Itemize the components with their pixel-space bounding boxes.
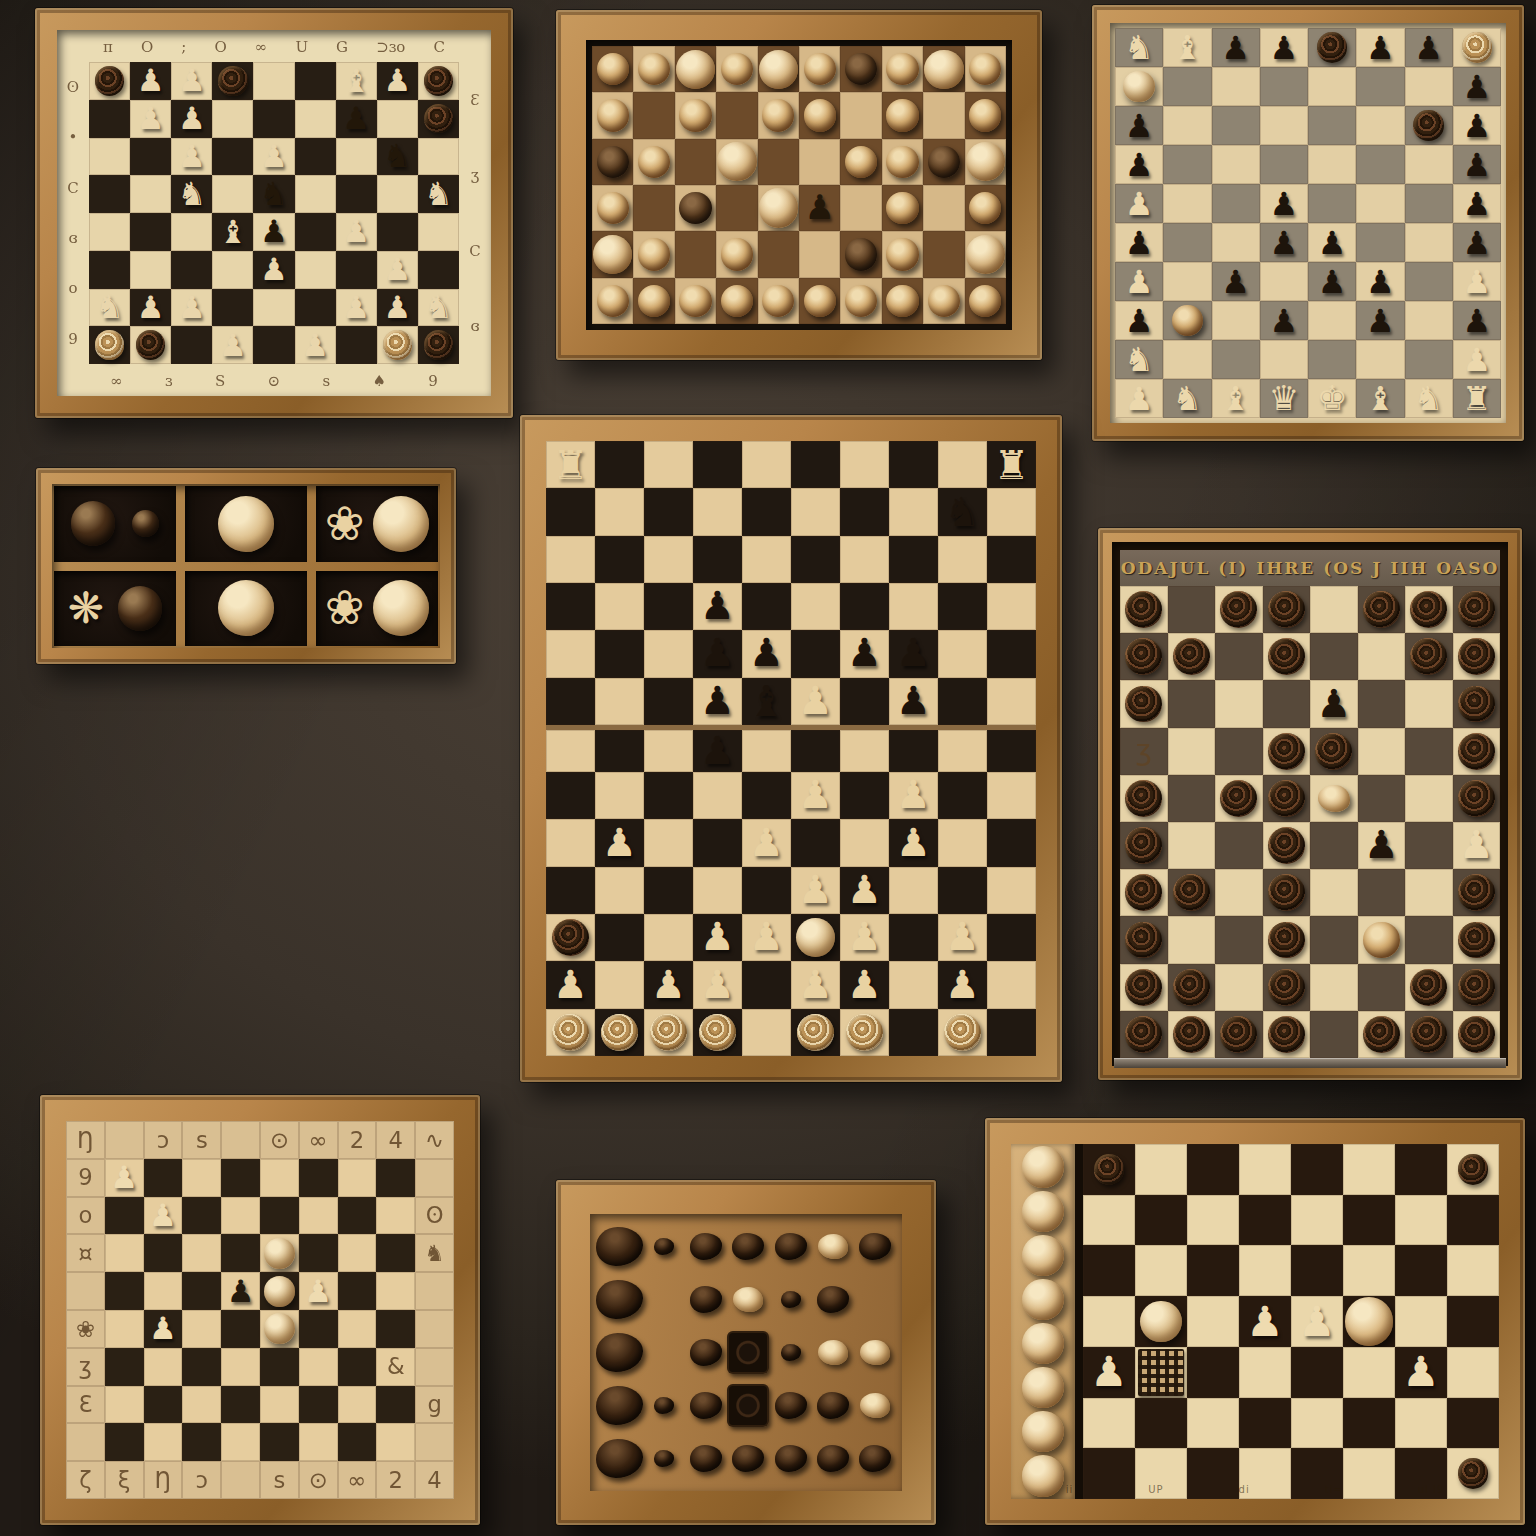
- bottom-right-chess-cell[interactable]: [1447, 1144, 1499, 1195]
- top-middle-knob-board-cell[interactable]: [716, 46, 757, 92]
- dark-engraved-disc[interactable]: [1410, 591, 1447, 628]
- dark-engraved-disc[interactable]: [1094, 1154, 1124, 1184]
- top-left-chess-cell[interactable]: [377, 175, 418, 213]
- top-left-chess-cell[interactable]: [418, 62, 459, 100]
- dark-engraved-disc[interactable]: [552, 919, 589, 956]
- white-pawn[interactable]: ♟: [149, 1313, 177, 1344]
- bottom-middle-tray-cell[interactable]: [769, 1220, 811, 1273]
- large-cream-piece[interactable]: [759, 50, 798, 89]
- top-left-chess-cell[interactable]: ♟: [336, 100, 377, 138]
- bottom-left-chess-cell[interactable]: [299, 1197, 338, 1235]
- top-middle-knob-board-cell[interactable]: [633, 46, 674, 92]
- light-wood-ball[interactable]: [264, 1276, 295, 1307]
- mid-right-draughts-cell[interactable]: [1453, 586, 1501, 633]
- black-pawn[interactable]: ♟: [1125, 110, 1154, 142]
- bottom-left-chess-cell[interactable]: ♟: [221, 1272, 260, 1310]
- bottom-left-chess-cell[interactable]: [105, 1310, 144, 1348]
- bottom-left-chess-cell[interactable]: ⊙: [299, 1461, 338, 1499]
- mid-right-draughts-cell[interactable]: [1310, 1011, 1358, 1058]
- top-middle-knob-board-cell[interactable]: [633, 92, 674, 138]
- center-folding-chess-cell[interactable]: [791, 1009, 840, 1056]
- center-folding-chess-cell[interactable]: ♟: [791, 772, 840, 819]
- black-pawn[interactable]: ♟: [1270, 227, 1299, 259]
- mid-right-draughts-cell[interactable]: [1215, 680, 1263, 727]
- top-right-chess-cell[interactable]: ♟: [1115, 262, 1163, 301]
- bottom-right-chess-cell[interactable]: [1135, 1245, 1187, 1296]
- top-right-chess-cell[interactable]: [1308, 145, 1356, 184]
- center-folding-chess-cell[interactable]: [987, 536, 1036, 583]
- top-left-chess-cell[interactable]: [295, 251, 336, 289]
- top-right-chess-cell[interactable]: [1308, 184, 1356, 223]
- mid-right-draughts-cell[interactable]: [1358, 633, 1406, 680]
- center-folding-chess-cell[interactable]: [595, 1009, 644, 1056]
- dark-engraved-disc[interactable]: [1458, 1458, 1488, 1488]
- wood-knob-piece[interactable]: [762, 285, 794, 317]
- top-right-chess-cell[interactable]: [1405, 301, 1453, 340]
- center-folding-chess-cell[interactable]: [938, 867, 987, 914]
- bottom-left-chess-cell[interactable]: ♟: [144, 1197, 183, 1235]
- bottom-left-chess-cell[interactable]: [144, 1348, 183, 1386]
- center-folding-chess-cell[interactable]: [595, 441, 644, 488]
- dark-knob-piece[interactable]: [928, 146, 960, 178]
- mid-right-draughts-cell[interactable]: [1310, 822, 1358, 869]
- top-middle-knob-board-cell[interactable]: [882, 278, 923, 324]
- bottom-left-chess-cell[interactable]: [415, 1310, 454, 1348]
- dark-knob-piece[interactable]: [597, 146, 629, 178]
- dark-carved-piece[interactable]: [690, 1392, 722, 1418]
- top-right-chess-cell[interactable]: ♟: [1212, 28, 1260, 67]
- top-middle-knob-board-cell[interactable]: [592, 92, 633, 138]
- center-folding-chess-cell[interactable]: [987, 772, 1036, 819]
- top-left-chess-cell[interactable]: ♟: [253, 138, 294, 176]
- white-king[interactable]: ♚: [1317, 381, 1348, 415]
- mid-right-draughts-cell[interactable]: [1405, 1011, 1453, 1058]
- top-left-chess-cell[interactable]: [130, 251, 171, 289]
- bottom-right-chess-cell[interactable]: [1343, 1448, 1395, 1499]
- wood-knob-piece[interactable]: [721, 53, 753, 85]
- center-folding-chess-cell[interactable]: [840, 583, 889, 630]
- bottom-right-chess-cell[interactable]: [1395, 1398, 1447, 1449]
- bottom-middle-tray-cell[interactable]: [769, 1379, 811, 1432]
- bottom-right-chess-cell[interactable]: [1291, 1398, 1343, 1449]
- bottom-right-chess-cell[interactable]: [1239, 1144, 1291, 1195]
- center-folding-chess-cell[interactable]: [644, 678, 693, 725]
- bottom-left-chess-cell[interactable]: [338, 1310, 377, 1348]
- tray-compartment[interactable]: [185, 486, 307, 562]
- center-folding-chess-cell[interactable]: [840, 819, 889, 866]
- bottom-left-chess-cell[interactable]: [338, 1423, 377, 1461]
- bottom-right-chess-cell[interactable]: [1135, 1144, 1187, 1195]
- top-right-chess-cell[interactable]: ♟: [1453, 340, 1501, 379]
- wood-knob-piece[interactable]: [804, 99, 836, 131]
- top-right-chess-cell[interactable]: ♟: [1308, 262, 1356, 301]
- top-middle-knob-board-cell[interactable]: [758, 46, 799, 92]
- bottom-left-chess-cell[interactable]: ♟: [144, 1310, 183, 1348]
- wood-knob-piece[interactable]: [969, 99, 1001, 131]
- top-right-chess-cell[interactable]: [1405, 67, 1453, 106]
- dark-engraved-disc[interactable]: [1173, 969, 1210, 1006]
- center-folding-chess-cell[interactable]: [742, 488, 791, 535]
- tray-compartment[interactable]: ❋: [54, 571, 176, 647]
- center-folding-chess-cell[interactable]: [644, 583, 693, 630]
- center-folding-chess-cell[interactable]: [938, 630, 987, 677]
- center-folding-chess-cell[interactable]: [742, 961, 791, 1008]
- white-pawn[interactable]: ♟: [301, 330, 329, 361]
- top-right-chess-cell[interactable]: ♛: [1260, 379, 1308, 418]
- bottom-right-chess-cell[interactable]: [1187, 1195, 1239, 1246]
- bottom-middle-tray-cell[interactable]: [812, 1273, 854, 1326]
- bottom-middle-tray-cell[interactable]: [727, 1432, 769, 1485]
- bottom-left-chess-cell[interactable]: [376, 1234, 415, 1272]
- white-pawn[interactable]: ♟: [178, 292, 206, 323]
- bottom-right-chess-cell[interactable]: [1083, 1448, 1135, 1499]
- mid-right-draughts-cell[interactable]: [1263, 586, 1311, 633]
- bottom-left-chess-cell[interactable]: [144, 1423, 183, 1461]
- dark-engraved-disc[interactable]: [95, 66, 124, 95]
- mid-right-draughts-cell[interactable]: [1215, 822, 1263, 869]
- dark-engraved-disc[interactable]: [1458, 922, 1495, 959]
- center-folding-chess-cell[interactable]: [595, 536, 644, 583]
- center-folding-chess-cell[interactable]: [546, 583, 595, 630]
- bottom-left-chess-cell[interactable]: [415, 1272, 454, 1310]
- center-folding-chess-cell[interactable]: [546, 630, 595, 677]
- top-right-chess-cell[interactable]: ♝: [1356, 379, 1404, 418]
- black-pawn[interactable]: ♟: [1463, 227, 1492, 259]
- white-pawn[interactable]: ♟: [749, 824, 784, 863]
- top-right-chess-cell[interactable]: ♟: [1356, 28, 1404, 67]
- large-cream-piece[interactable]: [924, 50, 963, 89]
- black-knight[interactable]: ♞: [944, 492, 980, 532]
- top-middle-knob-board-cell[interactable]: [758, 92, 799, 138]
- mid-right-draughts-cell[interactable]: [1168, 916, 1216, 963]
- top-left-chess-cell[interactable]: [212, 62, 253, 100]
- dark-carved-piece[interactable]: [690, 1445, 722, 1471]
- white-pawn[interactable]: ♟: [945, 918, 980, 957]
- top-left-chess-cell[interactable]: ♞: [418, 289, 459, 327]
- cream-knob-piece[interactable]: [1022, 1411, 1064, 1453]
- dark-engraved-disc[interactable]: [1458, 591, 1495, 628]
- mid-right-draughts-cell[interactable]: [1215, 775, 1263, 822]
- white-pawn[interactable]: ♟: [1463, 344, 1492, 376]
- white-pawn[interactable]: ♟: [383, 292, 411, 323]
- white-pawn[interactable]: ♟: [219, 330, 247, 361]
- top-right-chess-cell[interactable]: ♟: [1356, 301, 1404, 340]
- cream-knob-piece[interactable]: [1022, 1455, 1064, 1497]
- top-right-chess-cell[interactable]: [1163, 106, 1211, 145]
- wood-knob-piece[interactable]: [721, 285, 753, 317]
- center-folding-chess-cell[interactable]: ♟: [889, 630, 938, 677]
- center-folding-chess-cell[interactable]: [889, 488, 938, 535]
- white-pawn[interactable]: ♟: [1402, 1351, 1439, 1393]
- mid-right-draughts-cell[interactable]: [1405, 586, 1453, 633]
- bottom-left-chess-cell[interactable]: [182, 1234, 221, 1272]
- center-folding-chess-cell[interactable]: [840, 1009, 889, 1056]
- bottom-right-chess-cell[interactable]: [1187, 1245, 1239, 1296]
- large-cream-piece[interactable]: [966, 235, 1005, 274]
- top-right-chess-cell[interactable]: ♞: [1405, 379, 1453, 418]
- top-middle-knob-board-cell[interactable]: [840, 231, 881, 277]
- center-folding-chess-cell[interactable]: [693, 1009, 742, 1056]
- bottom-left-chess-cell[interactable]: g: [415, 1386, 454, 1424]
- dark-wood-ball[interactable]: [118, 586, 163, 631]
- bottom-right-chess-cell[interactable]: [1083, 1296, 1135, 1347]
- bottom-right-chess-cell[interactable]: [1291, 1245, 1343, 1296]
- center-folding-chess-cell[interactable]: [693, 441, 742, 488]
- center-folding-chess-cell[interactable]: [546, 488, 595, 535]
- dark-engraved-disc[interactable]: [1125, 969, 1162, 1006]
- center-folding-chess-cell[interactable]: [840, 488, 889, 535]
- bottom-left-chess-cell[interactable]: ζ: [66, 1461, 105, 1499]
- white-pawn[interactable]: ♟: [847, 871, 882, 910]
- center-folding-chess-cell[interactable]: [644, 819, 693, 866]
- center-folding-chess-cell[interactable]: [889, 536, 938, 583]
- wood-knob-piece[interactable]: [1363, 922, 1400, 959]
- white-pawn[interactable]: ♟: [1125, 266, 1154, 298]
- top-right-chess-cell[interactable]: [1356, 340, 1404, 379]
- white-bishop[interactable]: ♝: [219, 216, 248, 248]
- bottom-left-chess-cell[interactable]: ♟: [299, 1272, 338, 1310]
- dark-engraved-disc[interactable]: [1458, 969, 1495, 1006]
- wood-knob-piece[interactable]: [597, 285, 629, 317]
- top-middle-knob-board-cell[interactable]: [840, 92, 881, 138]
- top-left-chess-cell[interactable]: [418, 213, 459, 251]
- bottom-left-chess-cell[interactable]: [182, 1348, 221, 1386]
- center-folding-chess-cell[interactable]: ♟: [693, 725, 742, 772]
- center-folding-chess-cell[interactable]: [595, 914, 644, 961]
- bottom-left-chess-cell[interactable]: [66, 1423, 105, 1461]
- bottom-left-chess-cell[interactable]: Ŋ: [144, 1461, 183, 1499]
- dark-engraved-disc[interactable]: [424, 104, 453, 133]
- wood-knob-piece[interactable]: [886, 146, 918, 178]
- center-folding-chess-cell[interactable]: [742, 867, 791, 914]
- mid-right-draughts-cell[interactable]: [1120, 869, 1168, 916]
- center-folding-chess-cell[interactable]: [546, 678, 595, 725]
- dark-engraved-disc[interactable]: [1173, 1016, 1210, 1053]
- mid-right-draughts-cell[interactable]: [1263, 822, 1311, 869]
- dark-engraved-disc[interactable]: [1125, 1016, 1162, 1053]
- center-folding-chess-cell[interactable]: [595, 678, 644, 725]
- mid-right-draughts-cell[interactable]: [1215, 869, 1263, 916]
- top-left-chess-cell[interactable]: ♟: [171, 289, 212, 327]
- top-left-chess-cell[interactable]: [336, 251, 377, 289]
- center-folding-chess-cell[interactable]: [546, 536, 595, 583]
- center-folding-chess-cell[interactable]: [791, 725, 840, 772]
- center-folding-chess-cell[interactable]: ♟: [742, 630, 791, 677]
- top-middle-knob-board-cell[interactable]: [758, 185, 799, 231]
- mid-right-draughts-cell[interactable]: [1405, 916, 1453, 963]
- top-right-chess-cell[interactable]: ♚: [1308, 379, 1356, 418]
- mid-right-draughts-cell[interactable]: [1358, 1011, 1406, 1058]
- bottom-left-chess-cell[interactable]: 4: [376, 1121, 415, 1159]
- bottom-left-chess-cell[interactable]: [105, 1197, 144, 1235]
- center-folding-chess-cell[interactable]: [987, 488, 1036, 535]
- bottom-right-chess-cell[interactable]: [1135, 1347, 1187, 1398]
- center-folding-chess-cell[interactable]: ♟: [840, 961, 889, 1008]
- cream-knob-piece[interactable]: [1022, 1323, 1064, 1365]
- top-left-chess-cell[interactable]: ♟: [253, 213, 294, 251]
- dark-carved-piece[interactable]: [775, 1392, 807, 1418]
- mid-right-draughts-cell[interactable]: [1405, 964, 1453, 1011]
- top-middle-knob-board-cell[interactable]: [592, 278, 633, 324]
- bottom-right-chess-cell[interactable]: [1447, 1398, 1499, 1449]
- small-dark-carved-piece[interactable]: [654, 1397, 674, 1413]
- bottom-left-chess-cell[interactable]: [105, 1423, 144, 1461]
- dark-engraved-disc[interactable]: [1125, 638, 1162, 675]
- top-left-chess-cell[interactable]: ♞: [253, 175, 294, 213]
- center-folding-chess-cell[interactable]: ♟: [595, 819, 644, 866]
- black-pawn[interactable]: ♟: [749, 634, 784, 673]
- top-middle-knob-board-cell[interactable]: [592, 46, 633, 92]
- top-right-chess-cell[interactable]: ♟: [1260, 28, 1308, 67]
- center-folding-chess-cell[interactable]: [840, 678, 889, 725]
- white-pawn[interactable]: ♟: [700, 918, 735, 957]
- top-middle-knob-board-cell[interactable]: [592, 139, 633, 185]
- bottom-left-chess-cell[interactable]: [260, 1272, 299, 1310]
- top-left-chess-cell[interactable]: ♟: [253, 251, 294, 289]
- center-folding-chess-cell[interactable]: ♟: [546, 961, 595, 1008]
- light-engraved-disc[interactable]: [601, 1014, 638, 1051]
- wood-knob-piece[interactable]: [969, 53, 1001, 85]
- top-left-chess-cell[interactable]: [336, 175, 377, 213]
- bottom-right-chess-cell[interactable]: [1395, 1144, 1447, 1195]
- top-middle-knob-board-cell[interactable]: [716, 139, 757, 185]
- dark-engraved-disc[interactable]: [1317, 32, 1347, 62]
- white-pawn[interactable]: ♟: [260, 141, 288, 172]
- bottom-right-chess-cell[interactable]: [1395, 1245, 1447, 1296]
- center-folding-chess-cell[interactable]: [840, 441, 889, 488]
- bottom-middle-tray-cell[interactable]: [854, 1379, 896, 1432]
- bottom-left-chess-cell[interactable]: [376, 1386, 415, 1424]
- large-dark-carved-piece[interactable]: [596, 1333, 643, 1371]
- center-folding-chess-cell[interactable]: [987, 678, 1036, 725]
- wood-knob-piece[interactable]: [886, 238, 918, 270]
- top-middle-knob-board-cell[interactable]: [923, 46, 964, 92]
- wood-knob-piece[interactable]: [638, 53, 670, 85]
- carved-flower-ball[interactable]: ❀: [325, 500, 365, 548]
- center-folding-chess-cell[interactable]: [938, 819, 987, 866]
- bottom-left-chess-cell[interactable]: [415, 1159, 454, 1197]
- center-folding-chess-cell[interactable]: [644, 488, 693, 535]
- top-left-chess-cell[interactable]: [212, 100, 253, 138]
- top-right-chess-cell[interactable]: ♟: [1260, 301, 1308, 340]
- center-folding-chess-cell[interactable]: [889, 914, 938, 961]
- top-right-chess-cell[interactable]: [1163, 223, 1211, 262]
- bottom-right-chess-cell[interactable]: [1239, 1245, 1291, 1296]
- cream-knob-piece[interactable]: [1022, 1279, 1064, 1321]
- center-folding-chess-cell[interactable]: [644, 536, 693, 583]
- top-middle-knob-board-cell[interactable]: [882, 46, 923, 92]
- light-carved-piece[interactable]: [818, 1234, 848, 1259]
- center-folding-chess-cell[interactable]: [840, 772, 889, 819]
- dark-engraved-disc[interactable]: [1458, 1154, 1488, 1184]
- bottom-right-chess-cell[interactable]: [1395, 1195, 1447, 1246]
- bottom-right-chess-cell[interactable]: ♟: [1239, 1296, 1291, 1347]
- bottom-left-chess-cell[interactable]: [260, 1348, 299, 1386]
- top-middle-knob-board-cell[interactable]: [675, 231, 716, 277]
- wood-knob-piece[interactable]: [845, 285, 877, 317]
- black-pawn[interactable]: ♟: [700, 587, 735, 626]
- center-folding-chess-cell[interactable]: [987, 583, 1036, 630]
- top-right-chess-cell[interactable]: ♟: [1356, 262, 1404, 301]
- bottom-middle-tray-cell[interactable]: [812, 1326, 854, 1379]
- bottom-middle-tray-cell[interactable]: [643, 1379, 685, 1432]
- mid-right-draughts-cell[interactable]: [1168, 728, 1216, 775]
- center-folding-chess-cell[interactable]: [595, 725, 644, 772]
- top-left-chess-cell[interactable]: ♟: [171, 62, 212, 100]
- top-right-chess-cell[interactable]: [1308, 301, 1356, 340]
- top-left-chess-cell[interactable]: [89, 100, 130, 138]
- top-left-chess-cell[interactable]: [171, 326, 212, 364]
- center-folding-chess-cell[interactable]: [938, 772, 987, 819]
- black-pawn[interactable]: ♟: [1125, 305, 1154, 337]
- top-right-chess-cell[interactable]: [1405, 262, 1453, 301]
- cream-knob-piece[interactable]: [1022, 1367, 1064, 1409]
- bottom-middle-tray-cell[interactable]: [854, 1220, 896, 1273]
- white-pawn[interactable]: ♟: [178, 141, 206, 172]
- top-left-chess-cell[interactable]: [253, 62, 294, 100]
- top-middle-knob-board-cell[interactable]: [758, 139, 799, 185]
- top-right-chess-cell[interactable]: ♝: [1163, 28, 1211, 67]
- bottom-middle-tray-cell[interactable]: [812, 1220, 854, 1273]
- dark-engraved-disc[interactable]: [1268, 827, 1305, 864]
- dark-engraved-disc[interactable]: [1220, 591, 1257, 628]
- light-engraved-disc[interactable]: [95, 330, 124, 359]
- wood-knob-piece[interactable]: [638, 285, 670, 317]
- center-folding-chess-cell[interactable]: [595, 488, 644, 535]
- bottom-right-chess-cell[interactable]: [1083, 1398, 1135, 1449]
- center-folding-chess-cell[interactable]: ♟: [791, 961, 840, 1008]
- top-right-chess-cell[interactable]: ♟: [1453, 301, 1501, 340]
- center-folding-chess-cell[interactable]: [938, 1009, 987, 1056]
- small-dark-carved-piece[interactable]: [654, 1238, 674, 1254]
- black-bishop[interactable]: ♝: [747, 680, 785, 723]
- center-folding-chess-cell[interactable]: [889, 867, 938, 914]
- mid-right-draughts-cell[interactable]: ♟: [1310, 680, 1358, 727]
- center-folding-chess-cell[interactable]: [791, 819, 840, 866]
- white-pawn[interactable]: ♟: [798, 966, 833, 1005]
- bottom-middle-tray-cell[interactable]: [685, 1432, 727, 1485]
- dark-engraved-disc[interactable]: [1413, 110, 1443, 140]
- center-folding-chess-cell[interactable]: [546, 867, 595, 914]
- bottom-middle-tray-cell[interactable]: [769, 1273, 811, 1326]
- top-middle-knob-board-cell[interactable]: [716, 231, 757, 277]
- bottom-left-chess-cell[interactable]: [144, 1386, 183, 1424]
- center-folding-chess-cell[interactable]: ♟: [938, 961, 987, 1008]
- top-left-chess-cell[interactable]: [295, 289, 336, 327]
- mid-right-draughts-cell[interactable]: [1168, 586, 1216, 633]
- top-left-chess-cell[interactable]: ♟: [336, 289, 377, 327]
- mid-right-draughts-cell[interactable]: [1120, 964, 1168, 1011]
- bottom-left-chess-cell[interactable]: ɔ: [182, 1461, 221, 1499]
- center-folding-chess-cell[interactable]: [742, 725, 791, 772]
- mid-right-draughts-cell[interactable]: [1168, 633, 1216, 680]
- mid-right-draughts-cell[interactable]: [1168, 775, 1216, 822]
- cream-knob-piece[interactable]: [1022, 1235, 1064, 1277]
- black-pawn[interactable]: ♟: [1318, 227, 1347, 259]
- bottom-right-chess-cell[interactable]: [1187, 1347, 1239, 1398]
- center-folding-chess-cell[interactable]: ♟: [889, 678, 938, 725]
- black-pawn[interactable]: ♟: [1463, 110, 1492, 142]
- mid-right-draughts-cell[interactable]: [1453, 633, 1501, 680]
- white-pawn[interactable]: ♟: [1459, 826, 1494, 865]
- top-middle-knob-board-cell[interactable]: [882, 92, 923, 138]
- top-right-chess-cell[interactable]: [1212, 340, 1260, 379]
- small-dark-carved-piece[interactable]: [781, 1344, 801, 1360]
- dark-engraved-disc[interactable]: [1268, 638, 1305, 675]
- mid-right-draughts-cell[interactable]: [1310, 869, 1358, 916]
- dark-engraved-disc[interactable]: [1458, 686, 1495, 723]
- bottom-left-chess-cell[interactable]: Ɛ: [66, 1386, 105, 1424]
